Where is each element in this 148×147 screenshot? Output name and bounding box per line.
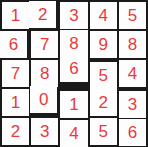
cell-r2c1[interactable]: 6 — [0, 31, 27, 58]
cell-r5c3[interactable]: 4 — [60, 120, 87, 147]
cell-r4c5[interactable]: 3 — [119, 91, 146, 118]
cell-r2c2[interactable]: 7 — [31, 31, 58, 58]
cell-r1c4[interactable]: 4 — [90, 2, 117, 29]
cell-r4c4[interactable]: 2 — [90, 89, 117, 116]
cell-r4c3[interactable]: 1 — [60, 91, 87, 118]
cell-r3c5[interactable]: 4 — [119, 60, 146, 87]
cell-r2c5[interactable]: 8 — [119, 31, 146, 58]
cell-r1c1[interactable]: 1 — [2, 2, 29, 29]
cell-r1c5[interactable]: 5 — [119, 2, 146, 29]
cell-r3c4[interactable]: 5 — [90, 62, 117, 89]
cell-r2c3[interactable]: 8 — [60, 30, 87, 57]
number-grid-board: 1 2 3 4 5 6 7 8 9 8 7 8 6 5 4 1 0 1 2 3 … — [0, 0, 148, 147]
cell-r4c2[interactable]: 0 — [30, 86, 57, 113]
cell-r5c5[interactable]: 6 — [119, 119, 146, 146]
cell-r3c2[interactable]: 8 — [31, 60, 58, 87]
cell-r5c2[interactable]: 3 — [31, 118, 58, 145]
cell-r3c3[interactable]: 6 — [60, 55, 87, 82]
cell-r2c4[interactable]: 9 — [90, 31, 117, 58]
cell-r1c3[interactable]: 3 — [60, 2, 87, 29]
cell-r1c2[interactable]: 2 — [29, 1, 56, 28]
cell-r3c1[interactable]: 7 — [2, 60, 29, 87]
cell-r5c1[interactable]: 2 — [2, 118, 29, 145]
cell-r4c1[interactable]: 1 — [2, 89, 29, 116]
cell-r5c4[interactable]: 5 — [90, 118, 117, 145]
